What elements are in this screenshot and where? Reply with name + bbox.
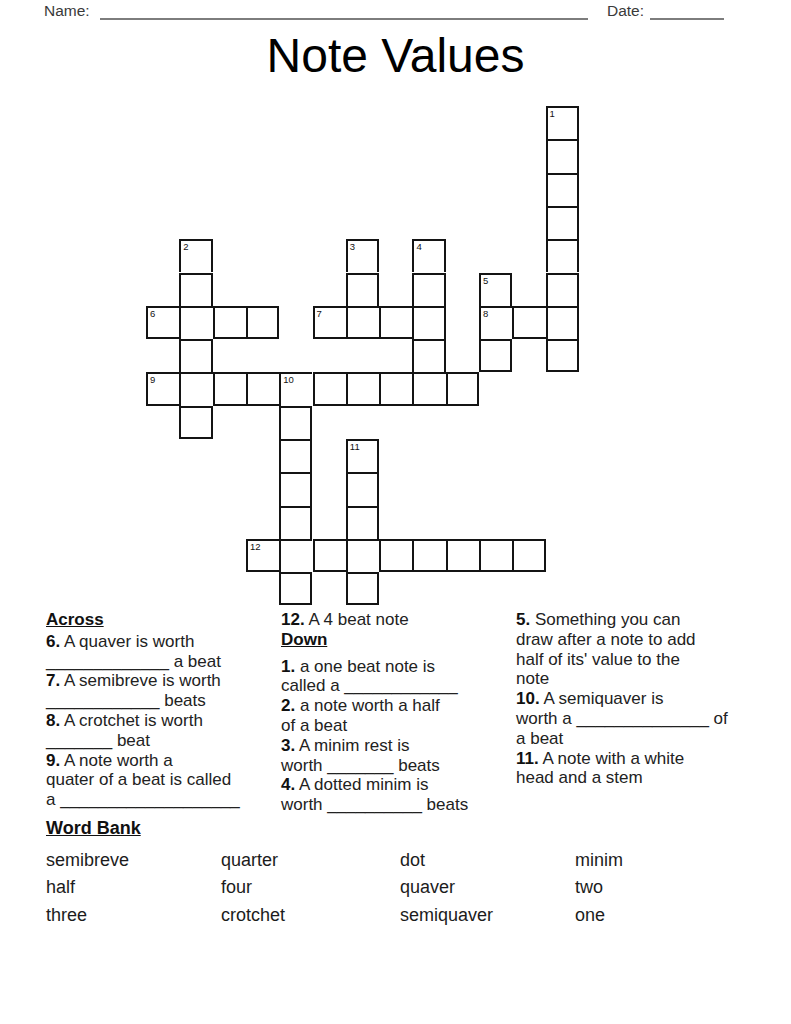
clue-number: 11. [516,749,539,768]
grid-cell[interactable] [313,539,346,572]
grid-cell[interactable]: 2 [179,239,212,272]
clue-across-9: 9. A note worth a quater of a beat is ca… [46,751,282,810]
grid-cell[interactable] [279,572,312,605]
grid-cell[interactable] [546,239,579,272]
grid-cell[interactable] [546,273,579,306]
grid-cell[interactable] [412,539,445,572]
clue-across-12: 12. A 4 beat note [281,610,514,630]
grid-cell[interactable] [546,173,579,206]
cell-number: 1 [550,108,555,119]
cell-number: 10 [283,374,294,385]
clue-down-3: 3. A minim rest is worth _______ beats [281,736,514,776]
grid-cell[interactable] [346,372,379,405]
grid-cell[interactable] [179,339,212,372]
cell-number: 5 [483,275,488,286]
grid-cell[interactable] [546,306,579,339]
grid-cell[interactable] [512,306,545,339]
word-bank-item: two [575,874,762,901]
word-bank-item: semibreve [46,847,221,874]
grid-cell[interactable] [479,539,512,572]
grid-cell[interactable]: 3 [346,239,379,272]
word-bank-item: one [575,902,762,929]
clue-number: 9. [46,751,60,770]
cell-number: 9 [150,374,155,385]
grid-cell[interactable] [346,572,379,605]
clue-down-5: 5. Something you can draw after a note t… [516,610,780,689]
grid-cell[interactable] [346,306,379,339]
grid-cell[interactable] [279,406,312,439]
grid-cell[interactable] [346,472,379,505]
clue-number: 7. [46,671,60,690]
grid-cell[interactable] [346,539,379,572]
grid-cell[interactable] [446,372,479,405]
grid-cell[interactable] [479,339,512,372]
cell-number: 2 [183,241,188,252]
grid-cell[interactable] [279,439,312,472]
grid-cell[interactable] [179,406,212,439]
clue-column-middle: 12. A 4 beat noteDown1. a one beat note … [281,610,514,815]
word-bank-item: half [46,874,221,901]
clue-number: 5. [516,610,530,629]
word-bank-item: three [46,902,221,929]
grid-cell[interactable]: 5 [479,273,512,306]
grid-cell[interactable] [379,539,412,572]
clue-down-1: 1. a one beat note is called a _________… [281,657,514,697]
grid-cell[interactable]: 4 [412,239,445,272]
clue-column-right: 5. Something you can draw after a note t… [516,610,780,788]
word-bank-item: semiquaver [400,902,575,929]
grid-cell[interactable] [379,372,412,405]
grid-cell[interactable]: 9 [146,372,179,405]
grid-cell[interactable]: 7 [313,306,346,339]
cell-number: 6 [150,308,155,319]
grid-cell[interactable]: 10 [279,372,312,405]
clue-number: 10. [516,689,540,708]
grid-cell[interactable] [512,539,545,572]
grid-cell[interactable] [379,306,412,339]
grid-cell[interactable] [446,539,479,572]
clue-number: 12. [281,610,305,629]
grid-cell[interactable]: 12 [246,539,279,572]
cell-number: 11 [350,441,360,452]
clue-down-11: 11. A note with a white head and a stem [516,749,780,789]
grid-cell[interactable] [246,372,279,405]
name-blank-line[interactable] [100,18,588,20]
word-bank-item: crotchet [221,902,400,929]
cell-number: 4 [416,241,421,252]
grid-cell[interactable] [213,306,246,339]
grid-cell[interactable] [412,372,445,405]
date-blank-line[interactable] [650,18,724,20]
clue-number: 6. [46,632,60,651]
grid-cell[interactable] [346,273,379,306]
grid-cell[interactable] [279,539,312,572]
clue-across-7: 7. A semibreve is worth ____________ bea… [46,671,282,711]
page-title: Note Values [0,28,791,83]
cell-number: 7 [317,308,322,319]
name-label: Name: [44,2,90,20]
clue-column-across: Across6. A quaver is worth _____________… [46,610,282,810]
date-label: Date: [607,2,644,20]
grid-cell[interactable] [246,306,279,339]
crossword-grid: 123456789101112 [146,106,581,608]
grid-cell[interactable]: 11 [346,439,379,472]
clue-number: 1. [281,657,295,676]
clue-number: 4. [281,775,295,794]
down-heading: Down [281,630,514,650]
grid-cell[interactable] [279,506,312,539]
grid-cell[interactable] [313,372,346,405]
word-bank-item: dot [400,847,575,874]
grid-cell[interactable] [279,472,312,505]
word-bank-item: four [221,874,400,901]
grid-cell[interactable] [546,206,579,239]
word-bank-item: quarter [221,847,400,874]
clue-across-6: 6. A quaver is worth _____________ a bea… [46,632,282,672]
grid-cell[interactable] [412,339,445,372]
grid-cell[interactable]: 8 [479,306,512,339]
clue-down-4: 4. A dotted minim is worth __________ be… [281,775,514,815]
cell-number: 3 [350,241,355,252]
grid-cell[interactable] [546,139,579,172]
worksheet-page: Name: Date: Note Values 123456789101112 … [0,0,791,1024]
grid-cell[interactable] [412,273,445,306]
clue-number: 8. [46,711,60,730]
clue-number: 3. [281,736,295,755]
grid-cell[interactable] [179,372,212,405]
across-heading: Across [46,610,282,630]
grid-cell[interactable] [179,306,212,339]
grid-cell[interactable] [179,273,212,306]
word-bank-list: semibrevequarterdotminimhalffourquavertw… [46,847,762,929]
grid-cell[interactable] [346,506,379,539]
grid-cell[interactable] [412,306,445,339]
clue-down-10: 10. A semiquaver is worth a ____________… [516,689,780,748]
word-bank-item: minim [575,847,762,874]
word-bank-item: quaver [400,874,575,901]
grid-cell[interactable]: 1 [546,106,579,139]
cell-number: 12 [250,541,261,552]
word-bank: Word Bank semibrevequarterdotminimhalffo… [46,818,762,929]
word-bank-title: Word Bank [46,818,762,839]
grid-cell[interactable]: 6 [146,306,179,339]
clue-across-8: 8. A crotchet is worth _______ beat [46,711,282,751]
grid-cell[interactable] [213,372,246,405]
clue-down-2: 2. a note worth a half of a beat [281,696,514,736]
cell-number: 8 [483,308,488,319]
grid-cell[interactable] [546,339,579,372]
clue-number: 2. [281,696,295,715]
